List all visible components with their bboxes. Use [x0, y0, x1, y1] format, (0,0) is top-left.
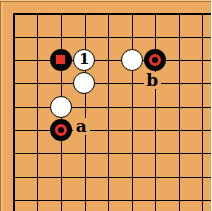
stones-layer: 1ab	[2, 2, 212, 211]
frame-highlight-top	[0, 0, 211, 1]
go-board[interactable]: 1ab	[0, 0, 211, 211]
red-square-marker-icon	[56, 55, 65, 64]
white-stone	[50, 96, 72, 118]
black-stone	[144, 49, 166, 71]
red-circle-marker-icon	[55, 124, 67, 136]
point-label-b: b	[144, 72, 161, 89]
go-diagram: 1ab	[0, 0, 211, 211]
black-stone	[50, 119, 72, 141]
point-label-a: a	[73, 118, 90, 135]
red-circle-marker-icon	[149, 54, 161, 66]
white-stone: 1	[73, 49, 95, 71]
white-stone	[73, 72, 95, 94]
frame-highlight-left	[1, 2, 3, 211]
white-stone	[121, 49, 143, 71]
black-stone	[50, 49, 72, 71]
move-number-label: 1	[79, 52, 89, 68]
frame-border-top	[0, 1, 211, 2]
